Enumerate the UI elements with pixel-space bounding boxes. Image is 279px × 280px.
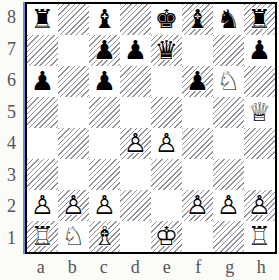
square-f3[interactable] [182,159,213,190]
square-e3[interactable] [151,159,182,190]
square-h4[interactable] [244,128,275,159]
square-g2[interactable]: ♙ [213,190,244,221]
black-queen-icon[interactable]: ♛ [151,35,182,66]
square-c8[interactable]: ♝ [89,4,120,35]
white-king-icon[interactable]: ♔ [151,221,182,252]
black-knight-icon[interactable]: ♞ [213,4,244,35]
white-pawn-icon[interactable]: ♙ [244,190,275,221]
white-pawn-icon[interactable]: ♙ [27,190,58,221]
rank-label-1: 1 [0,223,23,255]
square-b8[interactable] [58,4,89,35]
square-c6[interactable]: ♟ [89,66,120,97]
square-h8[interactable]: ♜ [244,4,275,35]
white-rook-icon[interactable]: ♖ [244,221,275,252]
black-bishop-icon[interactable]: ♝ [89,4,120,35]
square-f5[interactable] [182,97,213,128]
square-h7[interactable]: ♟ [244,35,275,66]
rank-label-2: 2 [0,191,23,223]
square-d2[interactable] [120,190,151,221]
square-f4[interactable] [182,128,213,159]
square-d5[interactable] [120,97,151,128]
black-pawn-icon[interactable]: ♟ [89,35,120,66]
square-f1[interactable] [182,221,213,252]
rank-label-8: 8 [0,2,23,34]
square-d8[interactable] [120,4,151,35]
rank-label-6: 6 [0,65,23,97]
square-h6[interactable] [244,66,275,97]
file-label-c: c [88,256,120,278]
square-e4[interactable]: ♙ [151,128,182,159]
white-knight-icon[interactable]: ♘ [58,221,89,252]
square-a8[interactable]: ♜ [27,4,58,35]
black-pawn-icon[interactable]: ♟ [89,66,120,97]
rank-label-3: 3 [0,160,23,192]
square-b7[interactable] [58,35,89,66]
file-labels: abcdefgh [25,256,277,278]
square-f7[interactable] [182,35,213,66]
square-g5[interactable] [213,97,244,128]
white-pawn-icon[interactable]: ♙ [120,128,151,159]
black-rook-icon[interactable]: ♜ [244,4,275,35]
square-c2[interactable]: ♙ [89,190,120,221]
white-knight-icon[interactable]: ♘ [213,66,244,97]
square-c7[interactable]: ♟ [89,35,120,66]
rank-label-5: 5 [0,97,23,129]
rank-label-7: 7 [0,34,23,66]
square-e1[interactable]: ♔ [151,221,182,252]
black-pawn-icon[interactable]: ♟ [27,66,58,97]
white-queen-icon[interactable]: ♕ [244,97,275,128]
square-g8[interactable]: ♞ [213,4,244,35]
black-pawn-icon[interactable]: ♟ [182,66,213,97]
square-e2[interactable] [151,190,182,221]
square-e6[interactable] [151,66,182,97]
square-a7[interactable] [27,35,58,66]
square-b1[interactable]: ♘ [58,221,89,252]
square-d3[interactable] [120,159,151,190]
square-a5[interactable] [27,97,58,128]
black-rook-icon[interactable]: ♜ [27,4,58,35]
square-d1[interactable] [120,221,151,252]
black-pawn-icon[interactable]: ♟ [244,35,275,66]
square-g3[interactable] [213,159,244,190]
file-label-e: e [151,256,183,278]
chess-board[interactable]: ♜♝♚♝♞♜♟♟♛♟♟♟♟♘♕♙♙♙♙♙♙♙♙♖♘♗♔♖ [25,2,277,254]
square-g1[interactable] [213,221,244,252]
file-label-h: h [246,256,278,278]
square-g7[interactable] [213,35,244,66]
white-pawn-icon[interactable]: ♙ [58,190,89,221]
square-h2[interactable]: ♙ [244,190,275,221]
square-b3[interactable] [58,159,89,190]
black-pawn-icon[interactable]: ♟ [120,35,151,66]
square-h3[interactable] [244,159,275,190]
square-a1[interactable]: ♖ [27,221,58,252]
white-rook-icon[interactable]: ♖ [27,221,58,252]
square-b5[interactable] [58,97,89,128]
white-bishop-icon[interactable]: ♗ [89,221,120,252]
square-a3[interactable] [27,159,58,190]
square-c5[interactable] [89,97,120,128]
rank-labels: 87654321 [0,2,23,254]
white-pawn-icon[interactable]: ♙ [182,190,213,221]
chess-diagram: 87654321 ♜♝♚♝♞♜♟♟♛♟♟♟♟♘♕♙♙♙♙♙♙♙♙♖♘♗♔♖ ab… [0,0,279,280]
file-label-d: d [120,256,152,278]
rank-label-4: 4 [0,128,23,160]
square-a6[interactable]: ♟ [27,66,58,97]
square-d7[interactable]: ♟ [120,35,151,66]
white-pawn-icon[interactable]: ♙ [89,190,120,221]
square-b6[interactable] [58,66,89,97]
square-e5[interactable] [151,97,182,128]
file-label-a: a [25,256,57,278]
square-c4[interactable] [89,128,120,159]
square-d4[interactable]: ♙ [120,128,151,159]
square-g4[interactable] [213,128,244,159]
square-h5[interactable]: ♕ [244,97,275,128]
square-c3[interactable] [89,159,120,190]
file-label-b: b [57,256,89,278]
white-pawn-icon[interactable]: ♙ [213,190,244,221]
square-e8[interactable]: ♚ [151,4,182,35]
square-a4[interactable] [27,128,58,159]
black-king-icon[interactable]: ♚ [151,4,182,35]
square-a2[interactable]: ♙ [27,190,58,221]
black-bishop-icon[interactable]: ♝ [182,4,213,35]
file-label-f: f [183,256,215,278]
square-b2[interactable]: ♙ [58,190,89,221]
square-f2[interactable]: ♙ [182,190,213,221]
square-b4[interactable] [58,128,89,159]
square-h1[interactable]: ♖ [244,221,275,252]
file-label-g: g [214,256,246,278]
square-g6[interactable]: ♘ [213,66,244,97]
square-d6[interactable] [120,66,151,97]
square-c1[interactable]: ♗ [89,221,120,252]
square-f8[interactable]: ♝ [182,4,213,35]
square-f6[interactable]: ♟ [182,66,213,97]
white-pawn-icon[interactable]: ♙ [151,128,182,159]
square-e7[interactable]: ♛ [151,35,182,66]
